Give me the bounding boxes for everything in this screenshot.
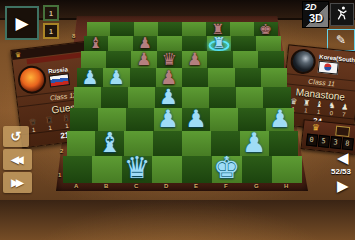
square-h7[interactable]: [256, 36, 281, 51]
resign-leave-button[interactable]: [330, 3, 354, 26]
square-b7[interactable]: [108, 36, 133, 51]
square-f1[interactable]: ♚: [212, 156, 242, 183]
white-rook-f7[interactable]: ♜: [212, 36, 225, 51]
rank-label-1: 1: [58, 172, 61, 178]
korea-flag-icon: [318, 61, 339, 75]
rook-count: 1: [304, 107, 308, 113]
square-a2[interactable]: [67, 131, 96, 156]
rook-count: 1: [48, 125, 52, 131]
russia-flag-icon: [49, 73, 70, 87]
square-f6[interactable]: [207, 51, 232, 68]
black-pawn-c6[interactable]: ♟: [136, 51, 151, 68]
next-move-button[interactable]: ▶: [337, 178, 349, 193]
square-f3[interactable]: [210, 108, 238, 131]
file-label-A: A: [74, 183, 78, 189]
restart-button[interactable]: ↺: [3, 126, 29, 147]
tray-digit: 0: [305, 134, 317, 147]
runner-icon: [335, 6, 349, 24]
previous-move-button[interactable]: ◀: [337, 150, 349, 165]
square-e3[interactable]: ♟: [182, 108, 210, 131]
edit-button[interactable]: ✎: [327, 29, 355, 51]
square-h8[interactable]: ♚: [254, 22, 278, 36]
file-label-D: D: [164, 183, 168, 189]
rewind-icon: ◀◀: [11, 154, 20, 165]
square-c5[interactable]: [130, 68, 156, 87]
square-g5[interactable]: [235, 68, 261, 87]
chest-icon: [335, 125, 350, 136]
square-g2[interactable]: ♟: [240, 131, 269, 156]
square-a7[interactable]: ♝: [84, 36, 109, 51]
square-g8[interactable]: [230, 22, 254, 36]
board-rank-2: ♝♟: [67, 131, 298, 156]
square-e5[interactable]: [182, 68, 208, 87]
white-pawn-g2[interactable]: ♟: [242, 129, 266, 156]
square-b4[interactable]: [101, 87, 128, 108]
crown-icon: ♛: [311, 123, 320, 133]
square-a3[interactable]: [70, 108, 98, 131]
white-bishop-b2[interactable]: ♝: [98, 129, 122, 156]
board-rank-5: ♟♟♟: [77, 68, 287, 87]
black-bishop-a7[interactable]: ♝: [89, 36, 102, 51]
label-2d: 2D: [305, 2, 317, 12]
black-king-h8[interactable]: ♚: [259, 22, 272, 36]
file-label-E: E: [194, 183, 198, 189]
rank-label-8: 8: [72, 33, 75, 39]
square-c3[interactable]: [126, 108, 154, 131]
square-e1[interactable]: [182, 156, 212, 183]
board-rank-1: ♛♚: [63, 156, 302, 183]
square-c1[interactable]: ♛: [122, 156, 152, 183]
knight-count: 0: [329, 110, 333, 116]
square-a4[interactable]: [74, 87, 101, 108]
avatar[interactable]: [16, 64, 47, 95]
square-b5[interactable]: ♟: [103, 68, 129, 87]
square-c4[interactable]: [128, 87, 155, 108]
pawn-count: 7: [342, 111, 346, 117]
tray-digit: 3: [329, 136, 341, 149]
label-3d: 3D: [309, 12, 323, 24]
square-e8[interactable]: [182, 22, 206, 36]
square-h1[interactable]: [272, 156, 302, 183]
square-b1[interactable]: [92, 156, 122, 183]
white-pawn-e3[interactable]: ♟: [185, 107, 207, 131]
crown-icon: ♛: [15, 51, 22, 59]
square-f7[interactable]: ♜: [207, 36, 232, 51]
pencil-icon: ✎: [336, 33, 346, 47]
board-rank-4: ♟: [74, 87, 291, 108]
white-pawn-h3[interactable]: ♟: [269, 107, 291, 131]
square-g1[interactable]: [242, 156, 272, 183]
file-label-B: B: [104, 183, 108, 189]
square-g7[interactable]: [231, 36, 256, 51]
white-pawn-b5[interactable]: ♟: [108, 68, 125, 87]
view-2d-3d-toggle[interactable]: 2D 3D: [302, 1, 329, 28]
square-c6[interactable]: ♟: [131, 51, 156, 68]
play-button[interactable]: ▶: [5, 6, 39, 40]
square-h3[interactable]: ♟: [266, 108, 294, 131]
square-h5[interactable]: [261, 68, 287, 87]
white-pawn-d3[interactable]: ♟: [157, 107, 179, 131]
square-d3[interactable]: ♟: [154, 108, 182, 131]
square-f4[interactable]: [209, 87, 236, 108]
square-h2[interactable]: [269, 131, 298, 156]
white-pawn-a5[interactable]: ♟: [82, 68, 99, 87]
square-b2[interactable]: ♝: [95, 131, 124, 156]
rewind-button[interactable]: ◀◀: [3, 149, 32, 170]
square-b8[interactable]: [110, 22, 134, 36]
badge-counter-gold[interactable]: 1: [43, 23, 59, 39]
previous-move-icon: ◀: [337, 149, 349, 166]
white-king-f1[interactable]: ♚: [213, 153, 240, 183]
badge-value: 1: [49, 28, 53, 35]
square-e6[interactable]: ♟: [182, 51, 207, 68]
square-h6[interactable]: [258, 51, 283, 68]
square-d1[interactable]: [152, 156, 182, 183]
file-label-H: H: [284, 183, 288, 189]
queen-count: 1: [32, 127, 36, 133]
black-pawn-e6[interactable]: ♟: [187, 51, 202, 68]
rank-label-2: 2: [60, 148, 63, 154]
tray-digit: 5: [317, 135, 329, 148]
square-g4[interactable]: [236, 87, 263, 108]
fast-forward-icon: ▶▶: [11, 177, 20, 188]
chess-board[interactable]: ♜♚♝♟♜♟♛♟♟♟♟♟♟♟♟♝♟♛♚: [62, 22, 302, 183]
play-icon: ▶: [15, 13, 28, 34]
badge-counter-green[interactable]: 1: [43, 5, 59, 21]
move-counter: 52/53: [331, 167, 351, 176]
board-rank-8: ♜♚: [87, 22, 278, 36]
square-a5[interactable]: ♟: [77, 68, 103, 87]
bishop-count: 1: [317, 109, 321, 115]
fast-forward-button[interactable]: ▶▶: [3, 172, 32, 193]
square-g6[interactable]: [233, 51, 258, 68]
square-d8[interactable]: [158, 22, 182, 36]
board-rank-7: ♝♟♜: [84, 36, 281, 51]
badge-value: 1: [49, 10, 53, 17]
square-e2[interactable]: [182, 131, 211, 156]
restart-icon: ↺: [11, 129, 22, 144]
white-queen-c1[interactable]: ♛: [124, 153, 151, 183]
avatar[interactable]: [289, 48, 316, 75]
file-label-G: G: [254, 183, 259, 189]
square-f5[interactable]: [208, 68, 234, 87]
bishop-count: 1: [65, 123, 69, 129]
square-d2[interactable]: [153, 131, 182, 156]
square-a1[interactable]: [63, 156, 93, 183]
next-move-icon: ▶: [337, 177, 349, 194]
